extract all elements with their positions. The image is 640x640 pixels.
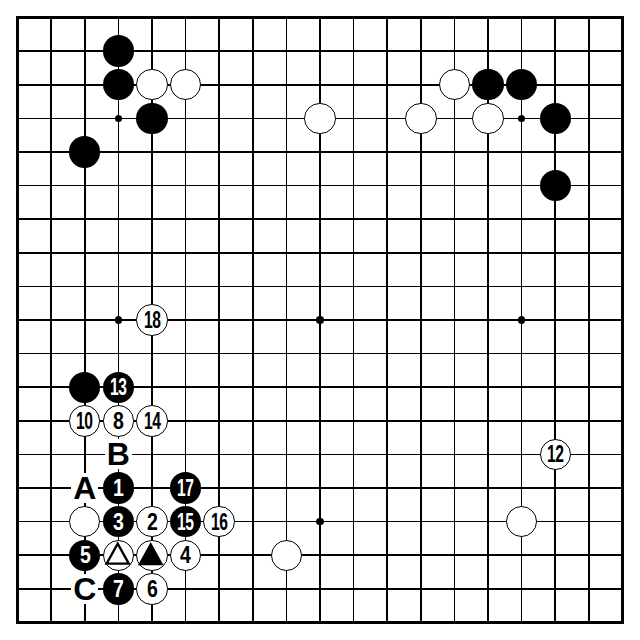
- move-10-stone: 10: [69, 405, 100, 436]
- black-stone: [506, 69, 537, 100]
- move-6-stone: 6: [136, 573, 167, 604]
- move-number: 10: [76, 409, 93, 433]
- label-B: B: [105, 439, 132, 469]
- label-C: C: [71, 574, 98, 604]
- white-stone: [405, 103, 436, 134]
- move-number: 12: [547, 442, 564, 466]
- move-2-stone: 2: [136, 506, 167, 537]
- triangle-mark-icon: [135, 539, 166, 570]
- move-8-stone: 8: [103, 405, 134, 436]
- black-stone: [69, 372, 100, 403]
- move-1-stone: 1: [103, 472, 134, 503]
- move-4-stone: 4: [170, 540, 201, 571]
- move-number: 17: [177, 476, 194, 500]
- move-number: 8: [113, 409, 123, 433]
- move-number: 16: [211, 510, 228, 534]
- move-number: 5: [79, 543, 89, 567]
- move-number: 2: [147, 510, 157, 534]
- move-18-stone: 18: [136, 304, 167, 335]
- move-13-stone: 13: [103, 372, 134, 403]
- white-stone: [439, 69, 470, 100]
- go-diagram-page: 123456781012131415161718ABC: [0, 0, 640, 640]
- black-stone: [103, 35, 134, 66]
- white-stone: [136, 69, 167, 100]
- move-number: 1: [113, 476, 123, 500]
- black-stone: [472, 69, 503, 100]
- white-stone: [304, 103, 335, 134]
- white-stone: [472, 103, 503, 134]
- move-number: 6: [147, 577, 157, 601]
- move-number: 13: [110, 375, 127, 399]
- move-number: 14: [144, 409, 161, 433]
- black-stone: [69, 136, 100, 167]
- white-stone: [506, 506, 537, 537]
- white-stone: [69, 506, 100, 537]
- move-number: 18: [144, 308, 161, 332]
- move-14-stone: 14: [136, 405, 167, 436]
- black-stone: [540, 170, 571, 201]
- white-triangle-stone: [103, 540, 134, 571]
- label-A: A: [71, 473, 98, 503]
- move-7-stone: 7: [103, 573, 134, 604]
- move-3-stone: 3: [103, 506, 134, 537]
- go-board: 123456781012131415161718ABC: [0, 0, 640, 640]
- move-number: 4: [180, 543, 190, 567]
- move-15-stone: 15: [170, 506, 201, 537]
- move-number: 7: [113, 577, 123, 601]
- black-stone: [540, 103, 571, 134]
- move-5-stone: 5: [69, 540, 100, 571]
- triangle-mark-icon: [102, 539, 133, 570]
- move-number: 15: [177, 510, 194, 534]
- white-stone: [271, 540, 302, 571]
- move-16-stone: 16: [203, 506, 234, 537]
- black-stone: [136, 103, 167, 134]
- move-12-stone: 12: [540, 439, 571, 470]
- move-number: 3: [113, 510, 123, 534]
- move-17-stone: 17: [170, 472, 201, 503]
- white-stone: [170, 69, 201, 100]
- stone-grid: 123456781012131415161718ABC: [1, 1, 640, 640]
- black-triangle-stone: [136, 540, 167, 571]
- black-stone: [103, 69, 134, 100]
